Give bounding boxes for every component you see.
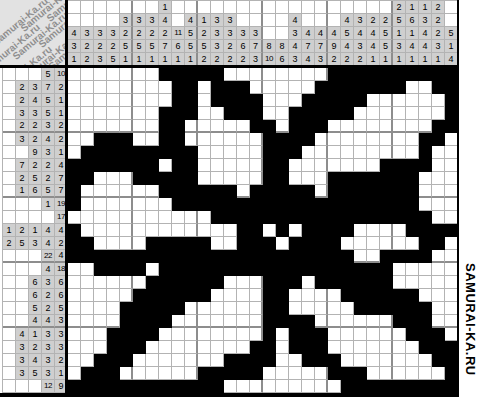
grid-cell[interactable] bbox=[172, 68, 185, 81]
grid-cell[interactable] bbox=[81, 237, 94, 250]
grid-cell[interactable] bbox=[211, 328, 224, 341]
grid-cell[interactable] bbox=[393, 276, 406, 289]
grid-cell[interactable] bbox=[393, 354, 406, 367]
grid-cell[interactable] bbox=[159, 211, 172, 224]
grid-cell[interactable] bbox=[107, 380, 120, 393]
grid-cell[interactable] bbox=[341, 81, 354, 94]
grid-cell[interactable] bbox=[367, 237, 380, 250]
grid-cell[interactable] bbox=[341, 68, 354, 81]
grid-cell[interactable] bbox=[211, 185, 224, 198]
grid-cell[interactable] bbox=[159, 185, 172, 198]
grid-cell[interactable] bbox=[198, 81, 211, 94]
grid-cell[interactable] bbox=[393, 263, 406, 276]
grid-cell[interactable] bbox=[237, 263, 250, 276]
grid-cell[interactable] bbox=[120, 107, 133, 120]
grid-cell[interactable] bbox=[432, 159, 445, 172]
grid-cell[interactable] bbox=[250, 328, 263, 341]
grid-cell[interactable] bbox=[354, 133, 367, 146]
grid-cell[interactable] bbox=[276, 81, 289, 94]
grid-cell[interactable] bbox=[263, 250, 276, 263]
grid-cell[interactable] bbox=[94, 276, 107, 289]
grid-cell[interactable] bbox=[172, 185, 185, 198]
grid-cell[interactable] bbox=[406, 263, 419, 276]
grid-cell[interactable] bbox=[250, 224, 263, 237]
grid-cell[interactable] bbox=[94, 68, 107, 81]
grid-cell[interactable] bbox=[250, 250, 263, 263]
grid-cell[interactable] bbox=[94, 94, 107, 107]
grid-cell[interactable] bbox=[341, 159, 354, 172]
grid-cell[interactable] bbox=[354, 250, 367, 263]
grid-cell[interactable] bbox=[276, 159, 289, 172]
grid-cell[interactable] bbox=[185, 302, 198, 315]
grid-cell[interactable] bbox=[250, 68, 263, 81]
grid-cell[interactable] bbox=[263, 120, 276, 133]
grid-cell[interactable] bbox=[237, 289, 250, 302]
grid-cell[interactable] bbox=[393, 237, 406, 250]
grid-cell[interactable] bbox=[406, 68, 419, 81]
grid-cell[interactable] bbox=[198, 198, 211, 211]
grid-cell[interactable] bbox=[406, 367, 419, 380]
grid-cell[interactable] bbox=[172, 94, 185, 107]
grid-cell[interactable] bbox=[68, 133, 81, 146]
grid-cell[interactable] bbox=[419, 107, 432, 120]
grid-cell[interactable] bbox=[250, 341, 263, 354]
grid-cell[interactable] bbox=[94, 354, 107, 367]
grid-cell[interactable] bbox=[198, 107, 211, 120]
grid-cell[interactable] bbox=[185, 263, 198, 276]
grid-cell[interactable] bbox=[198, 289, 211, 302]
grid-cell[interactable] bbox=[81, 172, 94, 185]
grid-cell[interactable] bbox=[159, 315, 172, 328]
grid-cell[interactable] bbox=[302, 172, 315, 185]
grid-cell[interactable] bbox=[211, 81, 224, 94]
grid-cell[interactable] bbox=[172, 263, 185, 276]
grid-cell[interactable] bbox=[380, 250, 393, 263]
grid-cell[interactable] bbox=[120, 328, 133, 341]
grid-cell[interactable] bbox=[354, 185, 367, 198]
grid-cell[interactable] bbox=[133, 367, 146, 380]
grid-cell[interactable] bbox=[120, 380, 133, 393]
grid-cell[interactable] bbox=[289, 237, 302, 250]
grid-cell[interactable] bbox=[263, 224, 276, 237]
grid-cell[interactable] bbox=[146, 81, 159, 94]
grid-cell[interactable] bbox=[185, 94, 198, 107]
grid-cell[interactable] bbox=[120, 68, 133, 81]
grid-cell[interactable] bbox=[276, 133, 289, 146]
grid-cell[interactable] bbox=[172, 159, 185, 172]
grid-cell[interactable] bbox=[315, 380, 328, 393]
grid-cell[interactable] bbox=[354, 107, 367, 120]
grid-cell[interactable] bbox=[81, 367, 94, 380]
grid-cell[interactable] bbox=[302, 367, 315, 380]
grid-cell[interactable] bbox=[224, 341, 237, 354]
grid-cell[interactable] bbox=[354, 81, 367, 94]
grid-cell[interactable] bbox=[224, 133, 237, 146]
grid-cell[interactable] bbox=[302, 185, 315, 198]
grid-cell[interactable] bbox=[172, 289, 185, 302]
grid-cell[interactable] bbox=[380, 94, 393, 107]
grid-cell[interactable] bbox=[302, 198, 315, 211]
grid-cell[interactable] bbox=[276, 107, 289, 120]
grid-cell[interactable] bbox=[120, 159, 133, 172]
grid-cell[interactable] bbox=[354, 68, 367, 81]
grid-cell[interactable] bbox=[172, 237, 185, 250]
grid-cell[interactable] bbox=[198, 68, 211, 81]
grid-cell[interactable] bbox=[172, 172, 185, 185]
grid-cell[interactable] bbox=[250, 81, 263, 94]
grid-cell[interactable] bbox=[133, 250, 146, 263]
grid-cell[interactable] bbox=[328, 341, 341, 354]
grid-cell[interactable] bbox=[354, 341, 367, 354]
grid-cell[interactable] bbox=[224, 172, 237, 185]
grid-cell[interactable] bbox=[354, 302, 367, 315]
grid-cell[interactable] bbox=[107, 94, 120, 107]
grid-cell[interactable] bbox=[419, 341, 432, 354]
grid-cell[interactable] bbox=[367, 133, 380, 146]
grid-cell[interactable] bbox=[198, 276, 211, 289]
grid-cell[interactable] bbox=[185, 120, 198, 133]
grid-cell[interactable] bbox=[107, 198, 120, 211]
grid-cell[interactable] bbox=[185, 380, 198, 393]
grid-cell[interactable] bbox=[315, 120, 328, 133]
grid-cell[interactable] bbox=[94, 198, 107, 211]
grid-cell[interactable] bbox=[367, 315, 380, 328]
grid-cell[interactable] bbox=[354, 172, 367, 185]
grid-cell[interactable] bbox=[432, 120, 445, 133]
grid-cell[interactable] bbox=[406, 120, 419, 133]
grid-cell[interactable] bbox=[380, 172, 393, 185]
grid-cell[interactable] bbox=[159, 380, 172, 393]
grid-cell[interactable] bbox=[315, 185, 328, 198]
grid-cell[interactable] bbox=[120, 354, 133, 367]
grid-cell[interactable] bbox=[328, 133, 341, 146]
grid-cell[interactable] bbox=[406, 133, 419, 146]
grid-cell[interactable] bbox=[367, 289, 380, 302]
grid-cell[interactable] bbox=[263, 133, 276, 146]
grid-cell[interactable] bbox=[406, 250, 419, 263]
grid-cell[interactable] bbox=[380, 276, 393, 289]
grid-cell[interactable] bbox=[120, 367, 133, 380]
grid-cell[interactable] bbox=[146, 289, 159, 302]
grid-cell[interactable] bbox=[120, 237, 133, 250]
grid-cell[interactable] bbox=[380, 159, 393, 172]
grid-cell[interactable] bbox=[341, 224, 354, 237]
grid-cell[interactable] bbox=[302, 211, 315, 224]
grid-cell[interactable] bbox=[302, 68, 315, 81]
grid-cell[interactable] bbox=[263, 302, 276, 315]
grid-cell[interactable] bbox=[328, 250, 341, 263]
grid-cell[interactable] bbox=[328, 315, 341, 328]
grid-cell[interactable] bbox=[393, 185, 406, 198]
grid-cell[interactable] bbox=[328, 237, 341, 250]
grid-cell[interactable] bbox=[81, 198, 94, 211]
grid-cell[interactable] bbox=[224, 224, 237, 237]
grid-cell[interactable] bbox=[263, 263, 276, 276]
grid-cell[interactable] bbox=[159, 237, 172, 250]
grid-cell[interactable] bbox=[120, 315, 133, 328]
grid-cell[interactable] bbox=[107, 354, 120, 367]
grid-cell[interactable] bbox=[68, 120, 81, 133]
grid-cell[interactable] bbox=[94, 263, 107, 276]
grid-cell[interactable] bbox=[237, 185, 250, 198]
grid-cell[interactable] bbox=[289, 68, 302, 81]
grid-cell[interactable] bbox=[315, 315, 328, 328]
grid-cell[interactable] bbox=[406, 328, 419, 341]
grid-cell[interactable] bbox=[302, 302, 315, 315]
grid-cell[interactable] bbox=[159, 289, 172, 302]
grid-cell[interactable] bbox=[224, 198, 237, 211]
grid-cell[interactable] bbox=[367, 380, 380, 393]
grid-cell[interactable] bbox=[432, 367, 445, 380]
grid-cell[interactable] bbox=[432, 289, 445, 302]
grid-cell[interactable] bbox=[341, 328, 354, 341]
grid-cell[interactable] bbox=[432, 172, 445, 185]
grid-cell[interactable] bbox=[289, 263, 302, 276]
grid-cell[interactable] bbox=[289, 107, 302, 120]
grid-cell[interactable] bbox=[315, 68, 328, 81]
grid-cell[interactable] bbox=[354, 328, 367, 341]
grid-cell[interactable] bbox=[68, 289, 81, 302]
grid-cell[interactable] bbox=[354, 276, 367, 289]
grid-cell[interactable] bbox=[211, 263, 224, 276]
grid-cell[interactable] bbox=[419, 224, 432, 237]
grid-cell[interactable] bbox=[107, 185, 120, 198]
grid-cell[interactable] bbox=[315, 341, 328, 354]
grid-cell[interactable] bbox=[276, 146, 289, 159]
grid-cell[interactable] bbox=[302, 81, 315, 94]
grid-cell[interactable] bbox=[380, 81, 393, 94]
grid-cell[interactable] bbox=[211, 198, 224, 211]
grid-cell[interactable] bbox=[237, 315, 250, 328]
grid-cell[interactable] bbox=[406, 237, 419, 250]
grid-cell[interactable] bbox=[289, 302, 302, 315]
grid-cell[interactable] bbox=[406, 341, 419, 354]
grid-cell[interactable] bbox=[250, 107, 263, 120]
grid-cell[interactable] bbox=[198, 211, 211, 224]
grid-cell[interactable] bbox=[315, 94, 328, 107]
grid-cell[interactable] bbox=[237, 68, 250, 81]
grid-cell[interactable] bbox=[133, 224, 146, 237]
grid-cell[interactable] bbox=[406, 159, 419, 172]
grid-cell[interactable] bbox=[263, 380, 276, 393]
grid-cell[interactable] bbox=[341, 380, 354, 393]
grid-cell[interactable] bbox=[263, 94, 276, 107]
grid-cell[interactable] bbox=[81, 276, 94, 289]
grid-cell[interactable] bbox=[276, 367, 289, 380]
grid-cell[interactable] bbox=[367, 81, 380, 94]
grid-cell[interactable] bbox=[94, 211, 107, 224]
grid-cell[interactable] bbox=[146, 250, 159, 263]
grid-cell[interactable] bbox=[237, 302, 250, 315]
grid-cell[interactable] bbox=[276, 198, 289, 211]
grid-cell[interactable] bbox=[380, 185, 393, 198]
grid-cell[interactable] bbox=[419, 81, 432, 94]
grid-cell[interactable] bbox=[237, 211, 250, 224]
grid-cell[interactable] bbox=[133, 341, 146, 354]
grid-cell[interactable] bbox=[172, 250, 185, 263]
grid-cell[interactable] bbox=[211, 302, 224, 315]
grid-cell[interactable] bbox=[185, 198, 198, 211]
grid-cell[interactable] bbox=[224, 107, 237, 120]
grid-cell[interactable] bbox=[237, 341, 250, 354]
grid-cell[interactable] bbox=[328, 94, 341, 107]
grid-cell[interactable] bbox=[380, 146, 393, 159]
grid-cell[interactable] bbox=[224, 302, 237, 315]
grid-cell[interactable] bbox=[94, 289, 107, 302]
grid-cell[interactable] bbox=[107, 263, 120, 276]
grid-cell[interactable] bbox=[211, 380, 224, 393]
grid-cell[interactable] bbox=[198, 172, 211, 185]
grid-cell[interactable] bbox=[263, 81, 276, 94]
grid-cell[interactable] bbox=[289, 120, 302, 133]
grid-cell[interactable] bbox=[133, 133, 146, 146]
grid-cell[interactable] bbox=[224, 237, 237, 250]
grid-cell[interactable] bbox=[237, 198, 250, 211]
grid-cell[interactable] bbox=[120, 211, 133, 224]
grid-cell[interactable] bbox=[159, 328, 172, 341]
grid-cell[interactable] bbox=[250, 211, 263, 224]
grid-cell[interactable] bbox=[432, 276, 445, 289]
grid-cell[interactable] bbox=[185, 276, 198, 289]
grid-cell[interactable] bbox=[81, 250, 94, 263]
grid-cell[interactable] bbox=[237, 94, 250, 107]
grid-cell[interactable] bbox=[198, 250, 211, 263]
grid-cell[interactable] bbox=[302, 315, 315, 328]
grid-cell[interactable] bbox=[172, 276, 185, 289]
grid-cell[interactable] bbox=[419, 289, 432, 302]
grid-cell[interactable] bbox=[328, 354, 341, 367]
grid-cell[interactable] bbox=[146, 94, 159, 107]
grid-cell[interactable] bbox=[159, 263, 172, 276]
grid-cell[interactable] bbox=[146, 328, 159, 341]
grid-cell[interactable] bbox=[81, 380, 94, 393]
grid-cell[interactable] bbox=[341, 185, 354, 198]
grid-cell[interactable] bbox=[302, 354, 315, 367]
grid-cell[interactable] bbox=[328, 146, 341, 159]
grid-cell[interactable] bbox=[328, 159, 341, 172]
grid-cell[interactable] bbox=[367, 224, 380, 237]
grid-cell[interactable] bbox=[289, 328, 302, 341]
grid-cell[interactable] bbox=[250, 237, 263, 250]
grid-cell[interactable] bbox=[237, 172, 250, 185]
grid-cell[interactable] bbox=[159, 120, 172, 133]
grid-cell[interactable] bbox=[198, 341, 211, 354]
grid-cell[interactable] bbox=[393, 159, 406, 172]
grid-cell[interactable] bbox=[406, 94, 419, 107]
grid-cell[interactable] bbox=[419, 133, 432, 146]
grid-cell[interactable] bbox=[159, 68, 172, 81]
grid-cell[interactable] bbox=[341, 341, 354, 354]
grid-cell[interactable] bbox=[133, 81, 146, 94]
grid-cell[interactable] bbox=[146, 237, 159, 250]
grid-cell[interactable] bbox=[120, 133, 133, 146]
grid-cell[interactable] bbox=[341, 146, 354, 159]
grid-cell[interactable] bbox=[263, 211, 276, 224]
grid-cell[interactable] bbox=[302, 380, 315, 393]
grid-cell[interactable] bbox=[393, 250, 406, 263]
grid-cell[interactable] bbox=[406, 224, 419, 237]
grid-cell[interactable] bbox=[419, 263, 432, 276]
grid-cell[interactable] bbox=[146, 146, 159, 159]
grid-cell[interactable] bbox=[224, 94, 237, 107]
grid-cell[interactable] bbox=[419, 159, 432, 172]
grid-cell[interactable] bbox=[107, 159, 120, 172]
grid-cell[interactable] bbox=[185, 250, 198, 263]
grid-cell[interactable] bbox=[432, 198, 445, 211]
grid-cell[interactable] bbox=[250, 198, 263, 211]
grid-cell[interactable] bbox=[289, 341, 302, 354]
grid-cell[interactable] bbox=[406, 354, 419, 367]
grid-cell[interactable] bbox=[107, 68, 120, 81]
grid-cell[interactable] bbox=[224, 263, 237, 276]
grid-cell[interactable] bbox=[133, 159, 146, 172]
grid-cell[interactable] bbox=[289, 367, 302, 380]
grid-cell[interactable] bbox=[354, 315, 367, 328]
grid-cell[interactable] bbox=[341, 263, 354, 276]
grid-cell[interactable] bbox=[354, 354, 367, 367]
grid-cell[interactable] bbox=[341, 211, 354, 224]
grid-cell[interactable] bbox=[406, 315, 419, 328]
grid-cell[interactable] bbox=[68, 107, 81, 120]
grid-cell[interactable] bbox=[237, 380, 250, 393]
grid-cell[interactable] bbox=[289, 354, 302, 367]
grid-cell[interactable] bbox=[393, 146, 406, 159]
grid-cell[interactable] bbox=[133, 94, 146, 107]
grid-cell[interactable] bbox=[302, 94, 315, 107]
grid-cell[interactable] bbox=[133, 68, 146, 81]
grid-cell[interactable] bbox=[94, 120, 107, 133]
grid-cell[interactable] bbox=[172, 81, 185, 94]
grid-cell[interactable] bbox=[406, 211, 419, 224]
grid-cell[interactable] bbox=[159, 367, 172, 380]
grid-cell[interactable] bbox=[133, 107, 146, 120]
grid-cell[interactable] bbox=[393, 133, 406, 146]
grid-cell[interactable] bbox=[328, 198, 341, 211]
grid-cell[interactable] bbox=[289, 172, 302, 185]
grid-cell[interactable] bbox=[172, 367, 185, 380]
grid-cell[interactable] bbox=[120, 146, 133, 159]
grid-cell[interactable] bbox=[393, 211, 406, 224]
grid-cell[interactable] bbox=[81, 224, 94, 237]
grid-cell[interactable] bbox=[211, 224, 224, 237]
grid-cell[interactable] bbox=[315, 146, 328, 159]
grid-cell[interactable] bbox=[185, 185, 198, 198]
grid-cell[interactable] bbox=[315, 81, 328, 94]
grid-cell[interactable] bbox=[289, 276, 302, 289]
grid-cell[interactable] bbox=[432, 146, 445, 159]
grid-cell[interactable] bbox=[289, 380, 302, 393]
grid-cell[interactable] bbox=[263, 315, 276, 328]
grid-cell[interactable] bbox=[107, 81, 120, 94]
grid-cell[interactable] bbox=[367, 185, 380, 198]
grid-cell[interactable] bbox=[120, 185, 133, 198]
grid-cell[interactable] bbox=[302, 328, 315, 341]
grid-cell[interactable] bbox=[237, 159, 250, 172]
grid-cell[interactable] bbox=[315, 211, 328, 224]
grid-cell[interactable] bbox=[211, 315, 224, 328]
grid-cell[interactable] bbox=[367, 120, 380, 133]
grid-cell[interactable] bbox=[263, 198, 276, 211]
grid-cell[interactable] bbox=[224, 68, 237, 81]
grid-cell[interactable] bbox=[341, 315, 354, 328]
grid-cell[interactable] bbox=[367, 354, 380, 367]
grid-cell[interactable] bbox=[224, 185, 237, 198]
grid-cell[interactable] bbox=[237, 367, 250, 380]
grid-cell[interactable] bbox=[393, 120, 406, 133]
grid-cell[interactable] bbox=[419, 198, 432, 211]
grid-cell[interactable] bbox=[81, 94, 94, 107]
grid-cell[interactable] bbox=[68, 94, 81, 107]
